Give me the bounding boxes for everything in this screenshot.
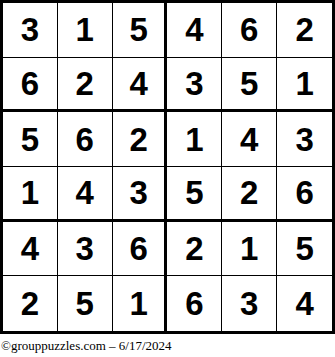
cell-r6c1: 2 bbox=[3, 276, 58, 331]
cell-r4c5: 2 bbox=[222, 167, 277, 222]
cell-r2c6: 1 bbox=[277, 58, 332, 113]
cell-r1c1: 3 bbox=[3, 3, 58, 58]
cell-r3c3: 2 bbox=[113, 112, 168, 167]
cell-r2c2: 2 bbox=[58, 58, 113, 113]
cell-r1c6: 2 bbox=[277, 3, 332, 58]
cell-r4c4: 5 bbox=[167, 167, 222, 222]
cell-r6c3: 1 bbox=[113, 276, 168, 331]
cell-r3c1: 5 bbox=[3, 112, 58, 167]
cell-r5c4: 2 bbox=[167, 222, 222, 277]
cell-r6c6: 4 bbox=[277, 276, 332, 331]
sudoku-board: 315462624351562143143526436215251634 bbox=[0, 0, 335, 334]
cell-r2c3: 4 bbox=[113, 58, 168, 113]
cell-r3c4: 1 bbox=[167, 112, 222, 167]
cell-r2c1: 6 bbox=[3, 58, 58, 113]
cell-r1c2: 1 bbox=[58, 3, 113, 58]
cell-r5c1: 4 bbox=[3, 222, 58, 277]
cell-r3c6: 3 bbox=[277, 112, 332, 167]
copyright-credit: ©grouppuzzles.com – 6/17/2024 bbox=[1, 338, 172, 354]
cell-r3c2: 6 bbox=[58, 112, 113, 167]
cell-r5c3: 6 bbox=[113, 222, 168, 277]
cell-r5c2: 3 bbox=[58, 222, 113, 277]
cell-r4c6: 6 bbox=[277, 167, 332, 222]
cell-r5c5: 1 bbox=[222, 222, 277, 277]
cell-r6c2: 5 bbox=[58, 276, 113, 331]
cell-r4c3: 3 bbox=[113, 167, 168, 222]
cell-r5c6: 5 bbox=[277, 222, 332, 277]
cell-r6c5: 3 bbox=[222, 276, 277, 331]
cell-r2c5: 5 bbox=[222, 58, 277, 113]
sudoku-page: 315462624351562143143526436215251634 ©gr… bbox=[0, 0, 335, 357]
cell-r1c4: 4 bbox=[167, 3, 222, 58]
cell-r2c4: 3 bbox=[167, 58, 222, 113]
cell-r4c1: 1 bbox=[3, 167, 58, 222]
cell-r3c5: 4 bbox=[222, 112, 277, 167]
cell-r1c5: 6 bbox=[222, 3, 277, 58]
cell-r1c3: 5 bbox=[113, 3, 168, 58]
cell-r4c2: 4 bbox=[58, 167, 113, 222]
cell-r6c4: 6 bbox=[167, 276, 222, 331]
